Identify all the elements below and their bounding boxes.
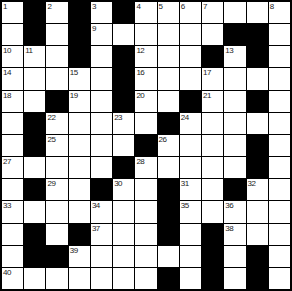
cell-r2c10[interactable] [202,24,223,45]
cell-r1c13[interactable]: 8 [269,2,290,23]
cell-r4c4[interactable]: 15 [69,68,90,89]
cell-r12c5[interactable] [91,246,112,267]
black-cell-r9c11 [224,179,245,200]
black-cell-r7c7 [135,135,156,156]
cell-r7c10[interactable] [202,135,223,156]
cell-r4c7[interactable]: 16 [135,68,156,89]
clue-number-20: 20 [136,91,144,100]
cell-r9c9[interactable]: 31 [180,179,201,200]
black-cell-r1c2 [24,2,45,23]
cell-r11c9[interactable] [180,224,201,245]
cell-r13c3[interactable] [46,268,67,289]
black-cell-r5c3 [46,91,67,112]
cell-r7c6[interactable] [113,135,134,156]
cell-r7c11[interactable] [224,135,245,156]
cell-r13c4[interactable] [69,268,90,289]
cell-r10c10[interactable] [202,201,223,222]
cell-r7c9[interactable] [180,135,201,156]
black-cell-r9c8 [158,179,179,200]
clue-number-6: 6 [181,2,185,11]
cell-r11c12[interactable] [247,224,268,245]
cell-r8c10[interactable] [202,157,223,178]
cell-r12c8[interactable] [158,246,179,267]
cell-r5c10[interactable]: 21 [202,91,223,112]
cell-r9c10[interactable] [202,179,223,200]
clue-number-35: 35 [181,201,189,210]
cell-r5c13[interactable] [269,91,290,112]
black-cell-r8c12 [247,157,268,178]
cell-r11c5[interactable]: 37 [91,224,112,245]
cell-r5c1[interactable]: 18 [2,91,23,112]
cell-r1c9[interactable]: 6 [180,2,201,23]
cell-r8c2[interactable] [24,157,45,178]
black-cell-r2c4 [69,24,90,45]
clue-number-21: 21 [203,91,211,100]
black-cell-r2c11 [224,24,245,45]
black-cell-r7c12 [247,135,268,156]
clue-number-16: 16 [136,68,144,77]
clue-number-2: 2 [47,2,51,11]
black-cell-r12c3 [46,246,67,267]
cell-r9c1[interactable] [2,179,23,200]
cell-r11c1[interactable] [2,224,23,245]
cell-r4c13[interactable] [269,68,290,89]
clue-number-10: 10 [3,46,11,55]
cell-r8c4[interactable] [69,157,90,178]
cell-r10c11[interactable]: 36 [224,201,245,222]
cell-r2c9[interactable] [180,24,201,45]
cell-r8c7[interactable]: 28 [135,157,156,178]
cell-r2c3[interactable] [46,24,67,45]
black-cell-r5c9 [180,91,201,112]
cell-r3c11[interactable]: 13 [224,46,245,67]
cell-r5c4[interactable]: 19 [69,91,90,112]
black-cell-r11c8 [158,224,179,245]
cell-r9c3[interactable]: 29 [46,179,67,200]
cell-r10c2[interactable] [24,201,45,222]
black-cell-r10c8 [158,201,179,222]
cell-r8c8[interactable] [158,157,179,178]
cell-r9c4[interactable] [69,179,90,200]
cell-r5c2[interactable] [24,91,45,112]
black-cell-r13c8 [158,268,179,289]
black-cell-r9c2 [24,179,45,200]
clue-number-3: 3 [92,2,96,11]
black-cell-r5c6 [113,91,134,112]
clue-number-23: 23 [114,113,122,122]
black-cell-r11c4 [69,224,90,245]
cell-r13c6[interactable] [113,268,134,289]
black-cell-r9c5 [91,179,112,200]
clue-number-8: 8 [270,2,274,11]
clue-number-30: 30 [114,179,122,188]
cell-r8c3[interactable] [46,157,67,178]
cell-r9c12[interactable]: 32 [247,179,268,200]
black-cell-r1c4 [69,2,90,23]
black-cell-r12c10 [202,246,223,267]
cell-r12c13[interactable] [269,246,290,267]
crossword-grid: 1234567891011121314151617181920212223242… [0,0,292,291]
cell-r4c5[interactable] [91,68,112,89]
cell-r10c13[interactable] [269,201,290,222]
clue-number-26: 26 [159,135,167,144]
cell-r13c7[interactable] [135,268,156,289]
clue-number-9: 9 [92,24,96,33]
clue-number-5: 5 [159,2,163,11]
clue-number-39: 39 [70,246,78,255]
clue-number-24: 24 [181,113,189,122]
cell-r1c7[interactable]: 4 [135,2,156,23]
cell-r9c6[interactable]: 30 [113,179,134,200]
black-cell-r13c10 [202,268,223,289]
cell-r3c13[interactable] [269,46,290,67]
cell-r9c7[interactable] [135,179,156,200]
cell-r11c7[interactable] [135,224,156,245]
black-cell-r13c12 [247,268,268,289]
clue-number-13: 13 [225,46,233,55]
cell-r6c3[interactable]: 22 [46,113,67,134]
cell-r13c13[interactable] [269,268,290,289]
cell-r5c8[interactable] [158,91,179,112]
cell-r13c5[interactable] [91,268,112,289]
cell-r10c5[interactable]: 34 [91,201,112,222]
cell-r10c4[interactable] [69,201,90,222]
black-cell-r1c6 [113,2,134,23]
black-cell-r11c2 [24,224,45,245]
cell-r12c1[interactable] [2,246,23,267]
cell-r13c9[interactable] [180,268,201,289]
black-cell-r4c6 [113,68,134,89]
clue-number-18: 18 [3,91,11,100]
cell-r7c1[interactable] [2,135,23,156]
clue-number-12: 12 [136,46,144,55]
black-cell-r3c6 [113,46,134,67]
cell-r8c11[interactable] [224,157,245,178]
cell-r7c5[interactable] [91,135,112,156]
cell-r13c1[interactable]: 40 [2,268,23,289]
clue-number-40: 40 [3,268,11,277]
cell-r7c3[interactable]: 25 [46,135,67,156]
cell-r4c12[interactable] [247,68,268,89]
cell-r6c9[interactable]: 24 [180,113,201,134]
cell-r6c13[interactable] [269,113,290,134]
cell-r8c5[interactable] [91,157,112,178]
cell-r10c1[interactable]: 33 [2,201,23,222]
cell-r6c4[interactable] [69,113,90,134]
cell-r6c7[interactable] [135,113,156,134]
cell-r1c11[interactable] [224,2,245,23]
cell-r3c7[interactable]: 12 [135,46,156,67]
cell-r8c1[interactable]: 27 [2,157,23,178]
cell-r9c13[interactable] [269,179,290,200]
cell-r6c11[interactable] [224,113,245,134]
cell-r6c1[interactable] [2,113,23,134]
clue-number-38: 38 [225,224,233,233]
cell-r3c5[interactable] [91,46,112,67]
cell-r11c11[interactable]: 38 [224,224,245,245]
black-cell-r11c10 [202,224,223,245]
cell-r12c11[interactable] [224,246,245,267]
cell-r1c8[interactable]: 5 [158,2,179,23]
cell-r3c1[interactable]: 10 [2,46,23,67]
clue-number-15: 15 [70,68,78,77]
black-cell-r6c8 [158,113,179,134]
black-cell-r3c10 [202,46,223,67]
cell-r2c6[interactable] [113,24,134,45]
clue-number-17: 17 [203,68,211,77]
cell-r3c8[interactable] [158,46,179,67]
cell-r10c7[interactable] [135,201,156,222]
clue-number-7: 7 [203,2,207,11]
cell-r6c5[interactable] [91,113,112,134]
cell-r2c7[interactable] [135,24,156,45]
cell-r8c9[interactable] [180,157,201,178]
clue-number-28: 28 [136,157,144,166]
clue-number-34: 34 [92,201,100,210]
cell-r4c11[interactable] [224,68,245,89]
black-cell-r3c12 [247,46,268,67]
cell-r3c2[interactable]: 11 [24,46,45,67]
black-cell-r7c2 [24,135,45,156]
black-cell-r12c12 [247,246,268,267]
clue-number-36: 36 [225,201,233,210]
clue-number-19: 19 [70,91,78,100]
cell-r4c3[interactable] [46,68,67,89]
black-cell-r8c6 [113,157,134,178]
cell-r4c8[interactable] [158,68,179,89]
cell-r10c6[interactable] [113,201,134,222]
black-cell-r5c12 [247,91,268,112]
cell-r12c7[interactable] [135,246,156,267]
cell-r10c12[interactable] [247,201,268,222]
cell-r12c4[interactable]: 39 [69,246,90,267]
clue-number-11: 11 [25,46,32,55]
cell-r3c9[interactable] [180,46,201,67]
cell-r10c3[interactable] [46,201,67,222]
cell-r7c8[interactable]: 26 [158,135,179,156]
black-cell-r2c12 [247,24,268,45]
cell-r2c13[interactable] [269,24,290,45]
cell-r5c11[interactable] [224,91,245,112]
clue-number-31: 31 [181,179,189,188]
clue-number-32: 32 [248,179,256,188]
cell-r6c10[interactable] [202,113,223,134]
cell-r11c6[interactable] [113,224,134,245]
cell-r4c10[interactable]: 17 [202,68,223,89]
cell-r5c5[interactable] [91,91,112,112]
cell-r11c3[interactable] [46,224,67,245]
clue-number-37: 37 [92,224,100,233]
clue-number-1: 1 [3,2,7,11]
black-cell-r3c4 [69,46,90,67]
black-cell-r6c2 [24,113,45,134]
cell-r2c1[interactable] [2,24,23,45]
cell-r7c13[interactable] [269,135,290,156]
cell-r3c3[interactable] [46,46,67,67]
black-cell-r12c2 [24,246,45,267]
cell-r13c11[interactable] [224,268,245,289]
cell-r11c13[interactable] [269,224,290,245]
cell-r5c7[interactable]: 20 [135,91,156,112]
cell-r12c9[interactable] [180,246,201,267]
cell-r8c13[interactable] [269,157,290,178]
cell-r4c2[interactable] [24,68,45,89]
cell-r13c2[interactable] [24,268,45,289]
cell-r7c4[interactable] [69,135,90,156]
clue-number-14: 14 [3,68,11,77]
clue-number-27: 27 [3,157,11,166]
clue-number-29: 29 [47,179,55,188]
cell-r12c6[interactable] [113,246,134,267]
cell-r4c1[interactable]: 14 [2,68,23,89]
cell-r1c3[interactable]: 2 [46,2,67,23]
cell-r6c6[interactable]: 23 [113,113,134,134]
clue-number-22: 22 [47,113,55,122]
cell-r10c9[interactable]: 35 [180,201,201,222]
cell-r1c5[interactable]: 3 [91,2,112,23]
cell-r4c9[interactable] [180,68,201,89]
clue-number-25: 25 [47,135,55,144]
clue-number-33: 33 [3,201,11,210]
cell-r6c12[interactable] [247,113,268,134]
cell-r1c10[interactable]: 7 [202,2,223,23]
cell-r2c8[interactable] [158,24,179,45]
cell-r1c12[interactable] [247,2,268,23]
cell-r1c1[interactable]: 1 [2,2,23,23]
cell-r2c5[interactable]: 9 [91,24,112,45]
black-cell-r2c2 [24,24,45,45]
clue-number-4: 4 [136,2,140,11]
